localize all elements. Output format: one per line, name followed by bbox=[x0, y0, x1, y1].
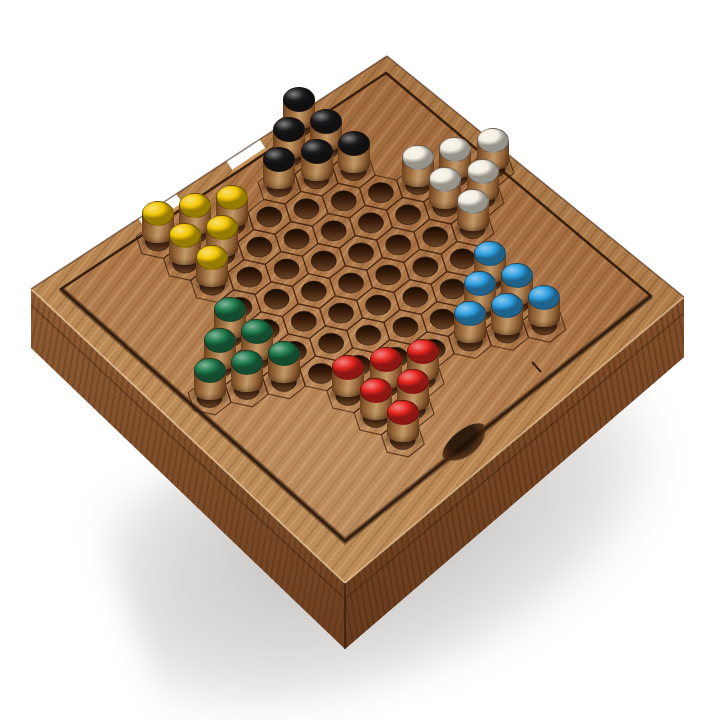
peg-black[interactable] bbox=[301, 139, 333, 189]
peg-colored-top bbox=[194, 358, 226, 383]
peg-white[interactable] bbox=[457, 189, 489, 239]
peg-green[interactable] bbox=[194, 358, 226, 408]
peg-colored-top bbox=[301, 139, 333, 164]
peg-colored-top bbox=[454, 301, 486, 326]
peg-colored-top bbox=[407, 339, 439, 364]
peg-blue[interactable] bbox=[491, 293, 523, 343]
peg-colored-top bbox=[387, 400, 419, 425]
peg-colored-top bbox=[477, 128, 509, 153]
peg-colored-top bbox=[231, 350, 263, 375]
peg-green[interactable] bbox=[231, 350, 263, 400]
peg-green[interactable] bbox=[268, 341, 300, 391]
peg-colored-top bbox=[216, 185, 248, 210]
peg-blue[interactable] bbox=[454, 301, 486, 351]
peg-colored-top bbox=[263, 147, 295, 172]
peg-colored-top bbox=[206, 215, 238, 240]
peg-black[interactable] bbox=[263, 147, 295, 197]
peg-colored-top bbox=[457, 189, 489, 214]
peg-colored-top bbox=[528, 285, 560, 310]
peg-blue[interactable] bbox=[528, 285, 560, 335]
peg-colored-top bbox=[491, 293, 523, 318]
peg-yellow[interactable] bbox=[196, 245, 228, 295]
peg-black[interactable] bbox=[338, 131, 370, 181]
pegs-layer bbox=[0, 0, 720, 720]
peg-colored-top bbox=[467, 159, 499, 184]
peg-red[interactable] bbox=[387, 400, 419, 450]
peg-colored-top bbox=[397, 369, 429, 394]
product-photo-scene bbox=[0, 0, 720, 720]
peg-colored-top bbox=[338, 131, 370, 156]
